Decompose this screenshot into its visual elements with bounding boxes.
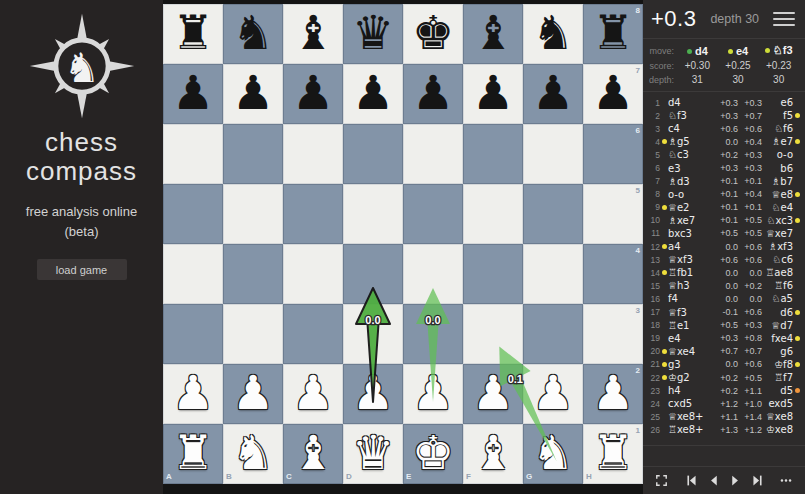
candidate-depth-1: 31 <box>677 74 718 85</box>
move-row-7[interactable]: 7♗d3+0.1+0.1♗b7 <box>647 175 801 188</box>
square-d3[interactable] <box>343 304 403 364</box>
load-game-button[interactable]: load game <box>37 259 127 280</box>
file-label-f: F <box>466 473 471 481</box>
square-b3[interactable] <box>223 304 283 364</box>
white-pawn-c2[interactable]: ♟ <box>283 364 343 424</box>
black-move[interactable]: o-o <box>762 149 793 160</box>
white-king-e1[interactable]: ♚ <box>403 424 463 484</box>
move-row-21[interactable]: 21g30.0+0.6♔f8 <box>647 358 801 371</box>
last-move-icon[interactable] <box>751 474 764 487</box>
panel-header: +0.3 depth 30 <box>643 0 805 39</box>
white-eval: +0.6 <box>714 255 738 265</box>
white-eval: +0.1 <box>714 189 738 199</box>
move-number: 22 <box>647 373 660 383</box>
first-move-icon[interactable] <box>685 474 698 487</box>
inaccuracy-dot <box>662 375 667 380</box>
square-c6[interactable] <box>283 124 343 184</box>
white-move[interactable]: ♕xe8+ <box>668 411 714 422</box>
square-b1[interactable]: ♞B <box>223 424 283 484</box>
black-move[interactable]: exd5 <box>762 398 793 409</box>
black-pawn-f7[interactable]: ♟ <box>463 64 523 124</box>
square-g8[interactable]: ♞ <box>523 4 583 64</box>
move-row-13[interactable]: 13♕xf3+0.6+0.6♘c6 <box>647 253 801 266</box>
app-root: ♞ chess compass free analysis online (be… <box>0 0 805 494</box>
black-eval: +0.4 <box>738 189 762 199</box>
white-move[interactable]: ♗d3 <box>668 176 714 187</box>
white-move[interactable]: ♔g2 <box>668 372 714 383</box>
move-row-2[interactable]: 2♘f3+0.3+0.7f5 <box>647 109 801 122</box>
black-eval: 0.0 <box>738 294 762 304</box>
white-eval: +0.5 <box>714 320 738 330</box>
square-d8[interactable]: ♛ <box>343 4 403 64</box>
white-eval: +0.1 <box>714 215 738 225</box>
white-move[interactable]: ♕h3 <box>668 280 714 291</box>
move-number: 25 <box>647 412 660 422</box>
sidebar: ♞ chess compass free analysis online (be… <box>0 0 163 494</box>
black-pawn-g7[interactable]: ♟ <box>523 64 583 124</box>
black-move[interactable]: d5 <box>762 385 793 396</box>
white-pawn-h2[interactable]: ♟ <box>583 364 643 424</box>
black-eval: +0.1 <box>738 176 762 186</box>
square-d2[interactable]: ♟ <box>343 364 403 424</box>
black-eval: +0.6 <box>738 307 762 317</box>
black-bishop-f8[interactable]: ♝ <box>463 4 523 64</box>
move-row-10[interactable]: 10♗xe7+0.1+0.5♘xc3 <box>647 214 801 227</box>
square-c8[interactable]: ♝ <box>283 4 343 64</box>
move-row-24[interactable]: 24cxd5+1.2+1.0exd5 <box>647 397 801 410</box>
move-row-3[interactable]: 3c4+0.6+0.6♘f6 <box>647 122 801 135</box>
square-e3[interactable] <box>403 304 463 364</box>
black-move[interactable]: ♕d7 <box>762 320 793 331</box>
file-label-h: H <box>586 473 592 481</box>
move-number: 24 <box>647 399 660 409</box>
black-move[interactable]: d6 <box>762 307 793 318</box>
move-number: 20 <box>647 346 660 356</box>
square-h3[interactable]: 3 <box>583 304 643 364</box>
square-h4[interactable]: 4 <box>583 244 643 304</box>
black-pawn-e7[interactable]: ♟ <box>403 64 463 124</box>
black-move[interactable]: f5 <box>762 110 793 121</box>
black-pawn-b7[interactable]: ♟ <box>223 64 283 124</box>
black-move[interactable]: ♗xf3 <box>762 241 793 252</box>
square-b8[interactable]: ♞ <box>223 4 283 64</box>
square-a3[interactable] <box>163 304 223 364</box>
black-eval: +1.0 <box>738 399 762 409</box>
square-h6[interactable]: 6 <box>583 124 643 184</box>
white-bishop-c1[interactable]: ♝ <box>283 424 343 484</box>
move-row-1[interactable]: 1d4+0.3+0.3e6 <box>647 96 801 109</box>
move-row-15[interactable]: 15♕h30.0+0.2♖f6 <box>647 279 801 292</box>
square-f4[interactable] <box>463 244 523 304</box>
move-row-17[interactable]: 17♕f3-0.1+0.6d6 <box>647 306 801 319</box>
move-row-5[interactable]: 5♘c3+0.2+0.3o-o <box>647 148 801 161</box>
black-eval: 0.0 <box>738 268 762 278</box>
white-move[interactable]: ♖xe8+ <box>668 424 714 435</box>
white-move-dot <box>660 346 668 357</box>
inaccuracy-dot <box>662 362 667 367</box>
white-move-dot <box>660 202 668 213</box>
square-e8[interactable]: ♚ <box>403 4 463 64</box>
square-e7[interactable]: ♟ <box>403 64 463 124</box>
menu-icon[interactable] <box>773 8 795 30</box>
white-knight-b1[interactable]: ♞ <box>223 424 283 484</box>
inaccuracy-dot <box>795 336 800 341</box>
black-eval: +0.6 <box>738 255 762 265</box>
square-g5[interactable] <box>523 184 583 244</box>
candidate-depth-label: depth: <box>647 75 677 85</box>
black-move-dot <box>793 110 801 121</box>
move-row-26[interactable]: 26♖xe8++1.3+1.2♔xe8 <box>647 423 801 436</box>
square-c7[interactable]: ♟ <box>283 64 343 124</box>
square-c2[interactable]: ♟ <box>283 364 343 424</box>
square-b4[interactable] <box>223 244 283 304</box>
black-move[interactable]: ♘e4 <box>762 202 793 213</box>
move-row-25[interactable]: 25♕xe8++1.1+1.4♕xe8 <box>647 410 801 423</box>
white-move[interactable]: f4 <box>668 293 714 304</box>
black-move[interactable]: ♖f6 <box>762 280 793 291</box>
white-move[interactable]: e3 <box>668 163 714 174</box>
white-rook-h1[interactable]: ♜ <box>583 424 643 484</box>
black-eval: +1.2 <box>738 425 762 435</box>
black-eval: +0.3 <box>738 163 762 173</box>
black-move-dot <box>793 307 801 318</box>
square-d7[interactable]: ♟ <box>343 64 403 124</box>
square-f6[interactable] <box>463 124 523 184</box>
square-h2[interactable]: ♟2 <box>583 364 643 424</box>
move-number: 4 <box>647 137 660 147</box>
black-move[interactable]: ♘f6 <box>762 123 793 134</box>
square-a4[interactable] <box>163 244 223 304</box>
inaccuracy-dot <box>795 362 800 367</box>
file-label-a: A <box>166 473 172 481</box>
black-move-dot <box>793 333 801 344</box>
mistake-dot <box>795 388 800 393</box>
black-eval: +0.7 <box>738 111 762 121</box>
black-eval: +1.1 <box>738 386 762 396</box>
square-h7[interactable]: ♟7 <box>583 64 643 124</box>
square-a6[interactable] <box>163 124 223 184</box>
white-move[interactable]: ♕xf3 <box>668 254 714 265</box>
inaccuracy-dot <box>795 310 800 315</box>
candidate-dot <box>728 49 733 54</box>
move-row-16[interactable]: 16f40.00.0♘a5 <box>647 292 801 305</box>
move-row-11[interactable]: 11bxc3+0.5+0.5♕xe7 <box>647 227 801 240</box>
inaccuracy-dot <box>662 139 667 144</box>
black-eval: +0.7 <box>738 346 762 356</box>
white-eval: +0.3 <box>714 98 738 108</box>
black-move-dot <box>793 359 801 370</box>
move-row-23[interactable]: 23h4+0.2+1.1d5 <box>647 384 801 397</box>
black-rook-h8[interactable]: ♜ <box>583 4 643 64</box>
move-number: 15 <box>647 281 660 291</box>
square-g7[interactable]: ♟ <box>523 64 583 124</box>
square-f1[interactable]: ♝F <box>463 424 523 484</box>
white-move[interactable]: ♕f3 <box>668 307 714 318</box>
square-g2[interactable]: ♟ <box>523 364 583 424</box>
square-b5[interactable] <box>223 184 283 244</box>
white-eval: +1.1 <box>714 412 738 422</box>
square-c5[interactable] <box>283 184 343 244</box>
square-c3[interactable] <box>283 304 343 364</box>
move-number: 12 <box>647 242 660 252</box>
square-g6[interactable] <box>523 124 583 184</box>
white-move[interactable]: ♕xe4 <box>668 346 714 357</box>
candidate-depth-2: 30 <box>718 74 759 85</box>
file-label-b: B <box>226 473 232 481</box>
inaccuracy-dot <box>662 244 667 249</box>
black-pawn-c7[interactable]: ♟ <box>283 64 343 124</box>
black-move[interactable]: g6 <box>762 346 793 357</box>
move-row-9[interactable]: 9♕e2+0.1+0.1♘e4 <box>647 201 801 214</box>
white-pawn-g2[interactable]: ♟ <box>523 364 583 424</box>
candidate-depth-3: 30 <box>758 74 799 85</box>
white-move[interactable]: o-o <box>668 189 714 200</box>
white-eval: 0.0 <box>714 281 738 291</box>
black-move-dot <box>793 215 801 226</box>
white-move[interactable]: a4 <box>668 241 714 252</box>
square-c4[interactable] <box>283 244 343 304</box>
fullscreen-icon[interactable] <box>655 474 668 487</box>
file-label-d: D <box>346 473 352 481</box>
black-pawn-h7[interactable]: ♟ <box>583 64 643 124</box>
candidate-move-3[interactable]: ♘f3 <box>758 44 799 57</box>
black-move[interactable]: ♕xe7 <box>762 228 793 239</box>
white-move[interactable]: d4 <box>668 97 714 108</box>
move-row-4[interactable]: 4♗g50.0+0.4♗e7 <box>647 135 801 148</box>
black-move-dot <box>793 385 801 396</box>
white-move[interactable]: e4 <box>668 333 714 344</box>
candidate-move-1[interactable]: d4 <box>677 45 718 57</box>
move-row-20[interactable]: 20♕xe4+0.7+0.7g6 <box>647 345 801 358</box>
move-number: 16 <box>647 294 660 304</box>
black-eval: +0.3 <box>738 150 762 160</box>
square-f2[interactable]: ♟ <box>463 364 523 424</box>
square-f5[interactable] <box>463 184 523 244</box>
black-eval: +0.2 <box>738 281 762 291</box>
white-bishop-f1[interactable]: ♝ <box>463 424 523 484</box>
square-d1[interactable]: ♛D <box>343 424 403 484</box>
white-move-dot <box>660 359 668 370</box>
brand-title-line2: compass <box>26 157 137 186</box>
file-label-c: C <box>286 473 292 481</box>
black-pawn-a7[interactable]: ♟ <box>163 64 223 124</box>
black-eval: +0.3 <box>738 320 762 330</box>
square-f8[interactable]: ♝ <box>463 4 523 64</box>
black-move[interactable]: e6 <box>762 97 793 108</box>
white-move[interactable]: ♗xe7 <box>668 215 714 226</box>
white-move[interactable]: ♖e1 <box>668 320 714 331</box>
white-pawn-b2[interactable]: ♟ <box>223 364 283 424</box>
white-eval: +1.3 <box>714 425 738 435</box>
move-number: 5 <box>647 150 660 160</box>
rank-label-6: 6 <box>636 127 640 135</box>
white-move[interactable]: ♕e2 <box>668 202 714 213</box>
square-e1[interactable]: ♚E <box>403 424 463 484</box>
black-move[interactable]: ♘c6 <box>762 254 793 265</box>
depth-label: depth 30 <box>696 12 773 26</box>
white-eval: +0.3 <box>714 111 738 121</box>
black-bishop-c8[interactable]: ♝ <box>283 4 343 64</box>
square-c1[interactable]: ♝C <box>283 424 343 484</box>
candidate-dot <box>687 49 692 54</box>
move-number: 11 <box>647 228 660 238</box>
white-move[interactable]: ♗g5 <box>668 136 714 147</box>
white-pawn-d2[interactable]: ♟ <box>343 364 403 424</box>
black-move[interactable]: ♖ae8 <box>762 267 793 278</box>
white-rook-a1[interactable]: ♜ <box>163 424 223 484</box>
tagline: free analysis online (beta) <box>26 202 137 241</box>
square-e2[interactable]: ♟ <box>403 364 463 424</box>
inaccuracy-dot <box>662 270 667 275</box>
black-move[interactable]: fxe4 <box>762 333 793 344</box>
square-g1[interactable]: ♞G <box>523 424 583 484</box>
move-row-12[interactable]: 12a40.0+0.6♗xf3 <box>647 240 801 253</box>
move-number: 18 <box>647 320 660 330</box>
rank-label-1: 1 <box>636 427 640 435</box>
white-pawn-e2[interactable]: ♟ <box>403 364 463 424</box>
black-king-e8[interactable]: ♚ <box>403 4 463 64</box>
move-row-6[interactable]: 6e3+0.3+0.3b6 <box>647 161 801 174</box>
move-number: 19 <box>647 333 660 343</box>
square-e5[interactable] <box>403 184 463 244</box>
candidate-score-label: score: <box>647 61 677 71</box>
candidate-move-2[interactable]: e4 <box>718 45 759 57</box>
white-move[interactable]: c4 <box>668 123 714 134</box>
move-list: 1d4+0.3+0.3e62♘f3+0.3+0.7f53c4+0.6+0.6♘f… <box>643 92 805 446</box>
square-b6[interactable] <box>223 124 283 184</box>
move-row-8[interactable]: 8o-o+0.1+0.4♕e8 <box>647 188 801 201</box>
black-move[interactable]: ♕xe8 <box>762 411 793 422</box>
brand-title-line1: chess <box>26 128 137 157</box>
move-number: 26 <box>647 425 660 435</box>
move-row-19[interactable]: 19e4+0.3+0.8fxe4 <box>647 332 801 345</box>
square-h8[interactable]: ♜8 <box>583 4 643 64</box>
black-move[interactable]: ♘xc3 <box>762 215 793 226</box>
square-a7[interactable]: ♟ <box>163 64 223 124</box>
square-d4[interactable] <box>343 244 403 304</box>
black-rook-a8[interactable]: ♜ <box>163 4 223 64</box>
white-eval: +0.2 <box>714 150 738 160</box>
beta-label: (beta) <box>26 222 137 242</box>
white-eval: 0.0 <box>714 359 738 369</box>
black-move[interactable]: ♗b7 <box>762 176 793 187</box>
white-move[interactable]: ♘c3 <box>668 149 714 160</box>
tagline-text: free analysis online <box>26 202 137 222</box>
previous-move-icon[interactable] <box>707 474 720 487</box>
square-d6[interactable] <box>343 124 403 184</box>
move-number: 7 <box>647 176 660 186</box>
rank-label-7: 7 <box>636 67 640 75</box>
black-move[interactable]: ♔f8 <box>762 359 793 370</box>
white-eval: 0.0 <box>714 137 738 147</box>
move-row-18[interactable]: 18♖e1+0.5+0.3♕d7 <box>647 319 801 332</box>
square-d5[interactable] <box>343 184 403 244</box>
black-move[interactable]: ♗e7 <box>762 136 793 147</box>
inaccuracy-dot <box>795 192 800 197</box>
black-pawn-d7[interactable]: ♟ <box>343 64 403 124</box>
candidate-score-1: +0.30 <box>677 60 718 71</box>
black-eval: +0.6 <box>738 242 762 252</box>
square-a8[interactable]: ♜ <box>163 4 223 64</box>
square-h5[interactable]: 5 <box>583 184 643 244</box>
black-eval: +0.1 <box>738 202 762 212</box>
playback-controls <box>643 466 805 494</box>
black-move[interactable]: b6 <box>762 163 793 174</box>
move-number: 23 <box>647 386 660 396</box>
move-number: 9 <box>647 202 660 212</box>
nav-group <box>670 474 779 487</box>
white-eval: +0.1 <box>714 176 738 186</box>
analysis-panel: +0.3 depth 30 move: d4 e4 ♘f3score:+0.30… <box>643 0 805 494</box>
square-g3[interactable] <box>523 304 583 364</box>
white-eval: 0.0 <box>714 242 738 252</box>
white-move[interactable]: g3 <box>668 359 714 370</box>
white-queen-d1[interactable]: ♛ <box>343 424 403 484</box>
board-area: ♜♞♝♛♚♝♞♜8♟♟♟♟♟♟♟♟76543♟♟♟♟♟♟♟♟2♜A♞B♝C♛D♚… <box>163 0 643 494</box>
black-move[interactable]: ♖f7 <box>762 372 793 383</box>
white-move[interactable]: h4 <box>668 385 714 396</box>
more-options-icon[interactable] <box>779 474 793 487</box>
move-row-22[interactable]: 22♔g2+0.2+0.5♖f7 <box>647 371 801 384</box>
white-pawn-a2[interactable]: ♟ <box>163 364 223 424</box>
next-move-icon[interactable] <box>729 474 742 487</box>
white-move[interactable]: bxc3 <box>668 228 714 239</box>
square-f7[interactable]: ♟ <box>463 64 523 124</box>
chess-board[interactable]: ♜♞♝♛♚♝♞♜8♟♟♟♟♟♟♟♟76543♟♟♟♟♟♟♟♟2♜A♞B♝C♛D♚… <box>163 4 643 484</box>
white-move[interactable]: ♘f3 <box>668 110 714 121</box>
square-g4[interactable] <box>523 244 583 304</box>
inaccuracy-dot <box>795 113 800 118</box>
white-move[interactable]: ♖fb1 <box>668 267 714 278</box>
black-eval: +0.5 <box>738 373 762 383</box>
black-queen-d8[interactable]: ♛ <box>343 4 403 64</box>
inaccuracy-dot <box>662 205 667 210</box>
square-b2[interactable]: ♟ <box>223 364 283 424</box>
black-move[interactable]: ♘a5 <box>762 293 793 304</box>
square-a1[interactable]: ♜A <box>163 424 223 484</box>
black-knight-b8[interactable]: ♞ <box>223 4 283 64</box>
white-eval: +0.6 <box>714 124 738 134</box>
white-move[interactable]: cxd5 <box>668 398 714 409</box>
black-move[interactable]: ♔xe8 <box>762 424 793 435</box>
move-number: 14 <box>647 268 660 278</box>
square-a2[interactable]: ♟ <box>163 364 223 424</box>
square-a5[interactable] <box>163 184 223 244</box>
white-eval: +0.2 <box>714 386 738 396</box>
file-label-e: E <box>406 473 411 481</box>
white-eval: +0.3 <box>714 333 738 343</box>
white-eval: 0.0 <box>714 268 738 278</box>
black-move[interactable]: ♕e8 <box>762 189 793 200</box>
black-move-dot <box>793 136 801 147</box>
move-number: 8 <box>647 189 660 199</box>
white-move-dot <box>660 241 668 252</box>
white-pawn-f2[interactable]: ♟ <box>463 364 523 424</box>
square-b7[interactable]: ♟ <box>223 64 283 124</box>
move-number: 13 <box>647 255 660 265</box>
square-f3[interactable] <box>463 304 523 364</box>
white-eval: +0.7 <box>714 346 738 356</box>
black-eval: +0.4 <box>738 137 762 147</box>
square-e4[interactable] <box>403 244 463 304</box>
brand-title: chess compass <box>26 128 137 186</box>
white-eval: +0.1 <box>714 202 738 212</box>
square-e6[interactable] <box>403 124 463 184</box>
move-row-14[interactable]: 14♖fb10.00.0♖ae8 <box>647 266 801 279</box>
black-knight-g8[interactable]: ♞ <box>523 4 583 64</box>
square-h1[interactable]: ♜H1 <box>583 424 643 484</box>
move-number: 3 <box>647 124 660 134</box>
